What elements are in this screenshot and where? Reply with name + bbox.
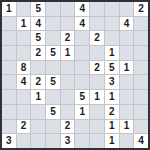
empty-cell-r1c9[interactable] bbox=[120, 2, 134, 16]
clue-cell-r8c8: 2 bbox=[105, 105, 119, 119]
empty-cell-r4c9[interactable] bbox=[120, 46, 134, 60]
clue-cell-r3c5: 2 bbox=[61, 31, 75, 45]
empty-cell-r9c3[interactable] bbox=[31, 120, 45, 134]
empty-cell-r3c6[interactable] bbox=[75, 31, 89, 45]
clue-cell-r4c8: 1 bbox=[105, 46, 119, 60]
empty-cell-r5c4[interactable] bbox=[46, 61, 60, 75]
clue-cell-r10c1: 3 bbox=[2, 134, 16, 148]
clue-cell-r3c7: 2 bbox=[90, 31, 104, 45]
clue-cell-r4c3: 2 bbox=[31, 46, 45, 60]
empty-cell-r5c10[interactable] bbox=[134, 61, 148, 75]
clue-cell-r3c3: 5 bbox=[31, 31, 45, 45]
clue-cell-r2c3: 4 bbox=[31, 17, 45, 31]
empty-cell-r2c10[interactable] bbox=[134, 17, 148, 31]
empty-cell-r1c2[interactable] bbox=[17, 2, 31, 16]
puzzle-board: 15421444522251182514253151151222113314 bbox=[0, 0, 150, 150]
empty-cell-r3c8[interactable] bbox=[105, 31, 119, 45]
empty-cell-r9c7[interactable] bbox=[90, 120, 104, 134]
empty-cell-r10c9[interactable] bbox=[120, 134, 134, 148]
clue-cell-r1c3: 5 bbox=[31, 2, 45, 16]
empty-cell-r4c2[interactable] bbox=[17, 46, 31, 60]
clue-cell-r9c2: 2 bbox=[17, 120, 31, 134]
clue-cell-r8c4: 5 bbox=[46, 105, 60, 119]
clue-cell-r7c3: 1 bbox=[31, 90, 45, 104]
clue-cell-r9c5: 2 bbox=[61, 120, 75, 134]
empty-cell-r10c6[interactable] bbox=[75, 134, 89, 148]
clue-cell-r2c9: 4 bbox=[120, 17, 134, 31]
empty-cell-r7c1[interactable] bbox=[2, 90, 16, 104]
empty-cell-r9c6[interactable] bbox=[75, 120, 89, 134]
clue-cell-r10c10: 4 bbox=[134, 134, 148, 148]
empty-cell-r8c7[interactable] bbox=[90, 105, 104, 119]
empty-cell-r2c8[interactable] bbox=[105, 17, 119, 31]
empty-cell-r2c7[interactable] bbox=[90, 17, 104, 31]
empty-cell-r5c1[interactable] bbox=[2, 61, 16, 75]
clue-cell-r1c1: 1 bbox=[2, 2, 16, 16]
empty-cell-r4c7[interactable] bbox=[90, 46, 104, 60]
empty-cell-r1c7[interactable] bbox=[90, 2, 104, 16]
empty-cell-r1c8[interactable] bbox=[105, 2, 119, 16]
clue-cell-r8c6: 1 bbox=[75, 105, 89, 119]
empty-cell-r2c5[interactable] bbox=[61, 17, 75, 31]
empty-cell-r4c6[interactable] bbox=[75, 46, 89, 60]
empty-cell-r6c10[interactable] bbox=[134, 75, 148, 89]
clue-cell-r6c2: 4 bbox=[17, 75, 31, 89]
empty-cell-r6c1[interactable] bbox=[2, 75, 16, 89]
empty-cell-r8c9[interactable] bbox=[120, 105, 134, 119]
empty-cell-r3c1[interactable] bbox=[2, 31, 16, 45]
clue-cell-r5c9: 1 bbox=[120, 61, 134, 75]
empty-cell-r5c5[interactable] bbox=[61, 61, 75, 75]
clue-cell-r6c4: 5 bbox=[46, 75, 60, 89]
clue-cell-r6c3: 2 bbox=[31, 75, 45, 89]
empty-cell-r8c2[interactable] bbox=[17, 105, 31, 119]
empty-cell-r4c1[interactable] bbox=[2, 46, 16, 60]
empty-cell-r3c4[interactable] bbox=[46, 31, 60, 45]
empty-cell-r8c1[interactable] bbox=[2, 105, 16, 119]
empty-cell-r6c5[interactable] bbox=[61, 75, 75, 89]
clue-cell-r10c8: 1 bbox=[105, 134, 119, 148]
clue-cell-r2c6: 4 bbox=[75, 17, 89, 31]
clue-cell-r7c8: 1 bbox=[105, 90, 119, 104]
empty-cell-r9c10[interactable] bbox=[134, 120, 148, 134]
empty-cell-r6c7[interactable] bbox=[90, 75, 104, 89]
clue-cell-r5c2: 8 bbox=[17, 61, 31, 75]
empty-cell-r7c4[interactable] bbox=[46, 90, 60, 104]
empty-cell-r8c10[interactable] bbox=[134, 105, 148, 119]
empty-cell-r1c4[interactable] bbox=[46, 2, 60, 16]
clue-cell-r9c8: 1 bbox=[105, 120, 119, 134]
empty-cell-r7c9[interactable] bbox=[120, 90, 134, 104]
empty-cell-r10c2[interactable] bbox=[17, 134, 31, 148]
clue-cell-r10c5: 3 bbox=[61, 134, 75, 148]
clue-cell-r4c5: 1 bbox=[61, 46, 75, 60]
empty-cell-r6c6[interactable] bbox=[75, 75, 89, 89]
clue-cell-r9c9: 1 bbox=[120, 120, 134, 134]
clue-cell-r5c7: 2 bbox=[90, 61, 104, 75]
empty-cell-r9c1[interactable] bbox=[2, 120, 16, 134]
clue-cell-r5c8: 5 bbox=[105, 61, 119, 75]
empty-cell-r8c3[interactable] bbox=[31, 105, 45, 119]
clue-cell-r7c7: 1 bbox=[90, 90, 104, 104]
empty-cell-r7c10[interactable] bbox=[134, 90, 148, 104]
empty-cell-r8c5[interactable] bbox=[61, 105, 75, 119]
empty-cell-r10c3[interactable] bbox=[31, 134, 45, 148]
clue-cell-r4c4: 5 bbox=[46, 46, 60, 60]
clue-cell-r2c2: 1 bbox=[17, 17, 31, 31]
clue-cell-r6c8: 3 bbox=[105, 75, 119, 89]
clue-cell-r7c6: 5 bbox=[75, 90, 89, 104]
empty-cell-r5c3[interactable] bbox=[31, 61, 45, 75]
empty-cell-r2c4[interactable] bbox=[46, 17, 60, 31]
empty-cell-r5c6[interactable] bbox=[75, 61, 89, 75]
empty-cell-r6c9[interactable] bbox=[120, 75, 134, 89]
empty-cell-r10c7[interactable] bbox=[90, 134, 104, 148]
empty-cell-r7c5[interactable] bbox=[61, 90, 75, 104]
empty-cell-r1c5[interactable] bbox=[61, 2, 75, 16]
clue-cell-r1c6: 4 bbox=[75, 2, 89, 16]
empty-cell-r4c10[interactable] bbox=[134, 46, 148, 60]
empty-cell-r10c4[interactable] bbox=[46, 134, 60, 148]
empty-cell-r3c2[interactable] bbox=[17, 31, 31, 45]
empty-cell-r9c4[interactable] bbox=[46, 120, 60, 134]
clue-cell-r1c10: 2 bbox=[134, 2, 148, 16]
empty-cell-r3c9[interactable] bbox=[120, 31, 134, 45]
empty-cell-r2c1[interactable] bbox=[2, 17, 16, 31]
empty-cell-r7c2[interactable] bbox=[17, 90, 31, 104]
empty-cell-r3c10[interactable] bbox=[134, 31, 148, 45]
